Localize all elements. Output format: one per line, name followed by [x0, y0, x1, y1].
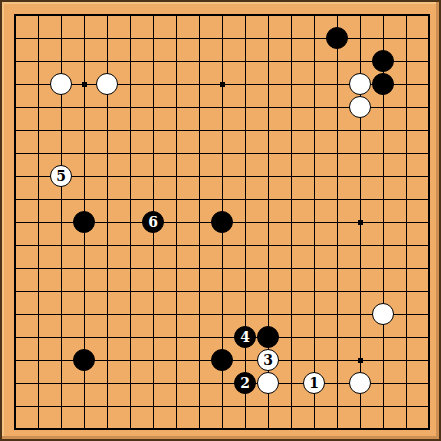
board-cells: 564321	[4, 4, 441, 441]
move-number-label: 5	[56, 169, 66, 183]
move-number-label: 6	[148, 215, 158, 229]
move-number-label: 4	[240, 330, 250, 344]
go-board[interactable]: 564321	[0, 0, 441, 441]
move-number-label: 1	[309, 376, 319, 390]
black-stone[interactable]: 4	[234, 326, 256, 348]
white-stone[interactable]	[349, 73, 371, 95]
black-stone[interactable]	[257, 326, 279, 348]
white-stone[interactable]: 5	[50, 165, 72, 187]
star-point	[358, 358, 363, 363]
move-number-label: 2	[240, 376, 250, 390]
white-stone[interactable]	[50, 73, 72, 95]
black-stone[interactable]	[372, 50, 394, 72]
black-stone[interactable]: 6	[142, 211, 164, 233]
white-stone[interactable]	[372, 303, 394, 325]
black-stone[interactable]	[211, 349, 233, 371]
black-stone[interactable]	[372, 73, 394, 95]
white-stone[interactable]	[96, 73, 118, 95]
black-stone[interactable]	[211, 211, 233, 233]
white-stone[interactable]: 3	[257, 349, 279, 371]
star-point	[82, 82, 87, 87]
black-stone[interactable]: 2	[234, 372, 256, 394]
black-stone[interactable]	[73, 349, 95, 371]
black-stone[interactable]	[326, 27, 348, 49]
move-number-label: 3	[263, 353, 273, 367]
white-stone[interactable]	[349, 372, 371, 394]
star-point	[220, 82, 225, 87]
black-stone[interactable]	[73, 211, 95, 233]
white-stone[interactable]	[257, 372, 279, 394]
star-point	[358, 220, 363, 225]
white-stone[interactable]	[349, 96, 371, 118]
white-stone[interactable]: 1	[303, 372, 325, 394]
